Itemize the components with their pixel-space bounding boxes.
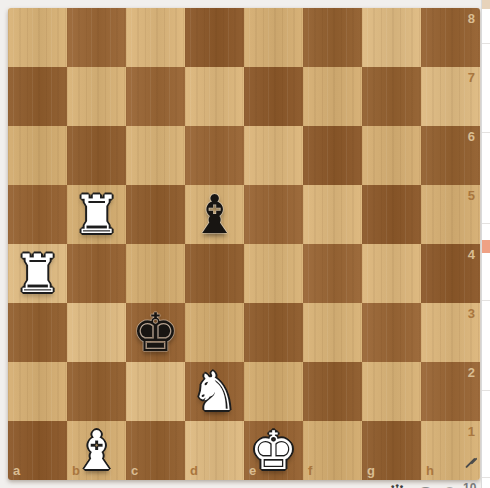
cutoff-text: 10 [463,481,483,488]
square-g3[interactable] [362,303,421,362]
rank-label-8: 8 [468,12,475,25]
square-c4[interactable] [126,244,185,303]
file-label-f: f [308,464,312,477]
square-a1[interactable]: a [8,421,67,480]
side-panel-sliver [481,0,490,488]
square-d3[interactable] [185,303,244,362]
square-b3[interactable] [67,303,126,362]
file-label-a: a [13,464,20,477]
square-h7[interactable]: 7 [421,67,480,126]
side-panel-row-separator [482,223,490,224]
square-d6[interactable] [185,126,244,185]
square-b1[interactable]: b♝ [67,421,126,480]
square-b5[interactable]: ♜ [67,185,126,244]
square-g8[interactable] [362,8,421,67]
piece-white-rook-b5[interactable]: ♜ [67,185,126,244]
square-h8[interactable]: 8 [421,8,480,67]
square-c7[interactable] [126,67,185,126]
piece-white-rook-a4[interactable]: ♜ [8,244,67,303]
piece-white-bishop-b1[interactable]: ♝ [67,421,126,480]
rank-label-6: 6 [468,130,475,143]
square-g6[interactable] [362,126,421,185]
square-c3[interactable]: ♚ [126,303,185,362]
square-a6[interactable] [8,126,67,185]
board-resize-handle-icon[interactable] [463,456,478,471]
square-g1[interactable]: g [362,421,421,480]
square-g7[interactable] [362,67,421,126]
rank-label-7: 7 [468,71,475,84]
rank-label-2: 2 [468,366,475,379]
rank-label-5: 5 [468,189,475,202]
square-c6[interactable] [126,126,185,185]
square-h5[interactable]: 5 [421,185,480,244]
square-e5[interactable] [244,185,303,244]
side-panel-row-separator [482,477,490,478]
square-e1[interactable]: e♚ [244,421,303,480]
square-e2[interactable] [244,362,303,421]
square-b2[interactable] [67,362,126,421]
cutoff-icon: ● [441,481,455,488]
side-panel-row-separator [482,132,490,133]
square-h1[interactable]: 1h [421,421,480,480]
square-h3[interactable]: 3 [421,303,480,362]
square-a8[interactable] [8,8,67,67]
square-b6[interactable] [67,126,126,185]
rank-label-3: 3 [468,307,475,320]
square-e7[interactable] [244,67,303,126]
side-panel-row-separator [482,43,490,44]
rank-label-1: 1 [468,425,475,438]
square-d4[interactable] [185,244,244,303]
square-d5[interactable]: ♝ [185,185,244,244]
square-e8[interactable] [244,8,303,67]
cutoff-icon: ● [416,481,432,488]
square-a2[interactable] [8,362,67,421]
square-f6[interactable] [303,126,362,185]
square-f3[interactable] [303,303,362,362]
square-f1[interactable]: f [303,421,362,480]
square-a3[interactable] [8,303,67,362]
cutoff-crown-icon: ♛ [382,481,412,488]
square-b8[interactable] [67,8,126,67]
square-e4[interactable] [244,244,303,303]
rank-label-4: 4 [468,248,475,261]
chess-app-page: 876♜♝5♜4♚3♞2ab♝cde♚fg1h ♛ ● ● 10 [0,0,490,488]
side-panel-row-separator [482,390,490,391]
square-e3[interactable] [244,303,303,362]
piece-black-bishop-d5[interactable]: ♝ [185,185,244,244]
square-g5[interactable] [362,185,421,244]
file-label-d: d [190,464,198,477]
piece-white-king-e1[interactable]: ♚ [244,421,303,480]
square-f5[interactable] [303,185,362,244]
square-d8[interactable] [185,8,244,67]
square-h4[interactable]: 4 [421,244,480,303]
square-g4[interactable] [362,244,421,303]
square-f8[interactable] [303,8,362,67]
square-a4[interactable]: ♜ [8,244,67,303]
square-f4[interactable] [303,244,362,303]
piece-black-king-c3[interactable]: ♚ [126,303,185,362]
square-e6[interactable] [244,126,303,185]
piece-white-knight-d2[interactable]: ♞ [185,362,244,421]
file-label-h: h [426,464,434,477]
square-f7[interactable] [303,67,362,126]
square-c5[interactable] [126,185,185,244]
square-c1[interactable]: c [126,421,185,480]
square-a7[interactable] [8,67,67,126]
file-label-g: g [367,464,375,477]
square-b4[interactable] [67,244,126,303]
chess-board: 876♜♝5♜4♚3♞2ab♝cde♚fg1h [8,8,480,480]
square-d7[interactable] [185,67,244,126]
side-panel-row-separator [482,300,490,301]
square-d2[interactable]: ♞ [185,362,244,421]
square-c8[interactable] [126,8,185,67]
square-f2[interactable] [303,362,362,421]
square-g2[interactable] [362,362,421,421]
square-h6[interactable]: 6 [421,126,480,185]
square-a5[interactable] [8,185,67,244]
square-b7[interactable] [67,67,126,126]
square-c2[interactable] [126,362,185,421]
side-panel-highlight [482,240,490,253]
square-h2[interactable]: 2 [421,362,480,421]
square-d1[interactable]: d [185,421,244,480]
side-panel-header-strip [482,0,490,9]
file-label-c: c [131,464,138,477]
